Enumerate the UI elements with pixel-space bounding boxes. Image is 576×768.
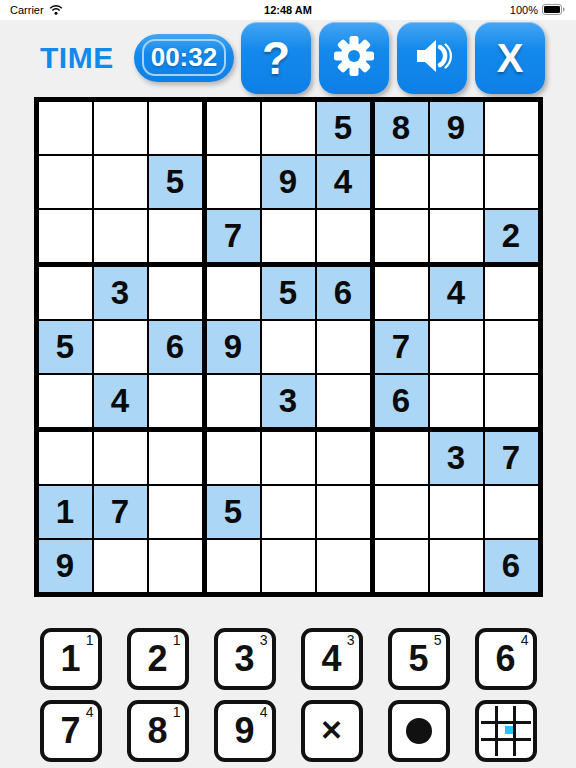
keypad-row-1: 112133435564	[0, 628, 576, 690]
cell-r4c5[interactable]: 5	[262, 267, 315, 319]
cell-r8c7[interactable]	[375, 486, 428, 538]
cell-r1c2[interactable]	[94, 102, 147, 154]
key-digit-label: 5	[408, 641, 428, 677]
cell-r9c3[interactable]	[149, 540, 202, 592]
cell-r2c1[interactable]	[39, 156, 92, 208]
status-bar: Carrier 12:48 AM 100%	[0, 0, 576, 20]
cell-r5c5[interactable]	[262, 321, 315, 373]
cell-r1c5[interactable]	[262, 102, 315, 154]
dot-icon	[406, 718, 432, 744]
cell-r2c7[interactable]	[375, 156, 428, 208]
cell-r6c2[interactable]: 4	[94, 375, 147, 427]
cell-r9c7[interactable]	[375, 540, 428, 592]
time-label: TIME	[40, 41, 114, 75]
cell-r3c2[interactable]	[94, 210, 147, 262]
cell-r9c9[interactable]: 6	[485, 540, 538, 592]
key-digit-label: 7	[60, 713, 80, 749]
cell-r6c3[interactable]	[149, 375, 202, 427]
cell-r3c5[interactable]	[262, 210, 315, 262]
key-placed-count: 1	[173, 704, 181, 720]
key-placed-count: 4	[521, 632, 529, 648]
key-digit-label: 6	[495, 641, 515, 677]
cell-r9c8[interactable]	[430, 540, 483, 592]
cell-r1c7[interactable]: 8	[375, 102, 428, 154]
cell-r9c5[interactable]	[262, 540, 315, 592]
cell-r6c1[interactable]	[39, 375, 92, 427]
question-mark-icon: ?	[262, 35, 290, 81]
timer-value: 00:32	[142, 39, 227, 76]
cell-r5c1[interactable]: 5	[39, 321, 92, 373]
cell-r2c4[interactable]	[207, 156, 260, 208]
key-placed-count: 3	[260, 632, 268, 648]
cell-r8c6[interactable]	[317, 486, 370, 538]
cell-r4c8[interactable]: 4	[430, 267, 483, 319]
cell-r9c1[interactable]: 9	[39, 540, 92, 592]
key-placed-count: 4	[86, 704, 94, 720]
cell-r6c5[interactable]: 3	[262, 375, 315, 427]
cell-r6c8[interactable]	[430, 375, 483, 427]
cell-r6c7[interactable]: 6	[375, 375, 428, 427]
close-icon: X	[497, 38, 524, 78]
box-6: 476	[375, 267, 538, 427]
battery-percent-label: 100%	[510, 4, 538, 16]
key-9[interactable]: 94	[214, 700, 276, 762]
timer-display: 00:32	[134, 34, 235, 82]
sound-button[interactable]	[397, 22, 467, 94]
key-4[interactable]: 43	[301, 628, 363, 690]
key-2[interactable]: 21	[127, 628, 189, 690]
cell-r3c4[interactable]: 7	[207, 210, 260, 262]
cell-r7c3[interactable]	[149, 432, 202, 484]
cell-r4c6[interactable]: 6	[317, 267, 370, 319]
status-clock: 12:48 AM	[0, 4, 576, 16]
cell-r5c2[interactable]	[94, 321, 147, 373]
battery-icon	[542, 4, 566, 17]
box-3: 892	[375, 102, 538, 262]
box-4: 3564	[39, 267, 202, 427]
cell-r5c8[interactable]	[430, 321, 483, 373]
speaker-icon	[410, 34, 454, 82]
cell-r2c9[interactable]	[485, 156, 538, 208]
cell-r4c3[interactable]	[149, 267, 202, 319]
cell-r8c5[interactable]	[262, 486, 315, 538]
cell-r1c9[interactable]	[485, 102, 538, 154]
cell-r6c4[interactable]	[207, 375, 260, 427]
cell-r5c3[interactable]: 6	[149, 321, 202, 373]
key-placed-count: 4	[260, 704, 268, 720]
mini-grid-icon	[481, 706, 531, 756]
key-placed-count: 3	[347, 632, 355, 648]
cell-r2c6[interactable]: 4	[317, 156, 370, 208]
box-9: 376	[375, 432, 538, 592]
cell-r4c4[interactable]	[207, 267, 260, 319]
pencil-mark-button[interactable]	[388, 700, 450, 762]
box-5: 5693	[207, 267, 370, 427]
key-3[interactable]: 33	[214, 628, 276, 690]
cell-r5c7[interactable]: 7	[375, 321, 428, 373]
box-1: 5	[39, 102, 202, 262]
toolbar: TIME 00:32 ?	[0, 20, 576, 95]
cell-r6c9[interactable]	[485, 375, 538, 427]
key-7[interactable]: 74	[40, 700, 102, 762]
cell-r7c9[interactable]: 7	[485, 432, 538, 484]
key-1[interactable]: 11	[40, 628, 102, 690]
keypad-row-2: 748194✕	[0, 700, 576, 762]
sudoku-board: 5 5947 892 3564 5693 476 179 5 376	[34, 97, 543, 597]
cell-r4c1[interactable]	[39, 267, 92, 319]
key-6[interactable]: 64	[475, 628, 537, 690]
cell-r2c3[interactable]: 5	[149, 156, 202, 208]
keypad: 112133435564 748194✕	[0, 628, 576, 762]
cell-r9c2[interactable]	[94, 540, 147, 592]
key-5[interactable]: 55	[388, 628, 450, 690]
cell-r1c4[interactable]	[207, 102, 260, 154]
cell-r5c6[interactable]	[317, 321, 370, 373]
cell-r8c4[interactable]: 5	[207, 486, 260, 538]
cell-r1c6[interactable]: 5	[317, 102, 370, 154]
cyan-marker	[505, 726, 513, 734]
cell-r7c1[interactable]	[39, 432, 92, 484]
settings-button[interactable]	[319, 22, 389, 94]
cell-r8c1[interactable]: 1	[39, 486, 92, 538]
box-8: 5	[207, 432, 370, 592]
key-placed-count: 1	[173, 632, 181, 648]
cell-r5c9[interactable]	[485, 321, 538, 373]
cell-r3c9[interactable]: 2	[485, 210, 538, 262]
cell-r7c4[interactable]	[207, 432, 260, 484]
cell-r7c6[interactable]	[317, 432, 370, 484]
cell-r8c3[interactable]	[149, 486, 202, 538]
key-placed-count: 5	[434, 632, 442, 648]
cell-r3c3[interactable]	[149, 210, 202, 262]
grid-mode-button[interactable]	[475, 700, 537, 762]
help-button[interactable]: ?	[241, 22, 311, 94]
cell-r9c4[interactable]	[207, 540, 260, 592]
erase-button[interactable]: ✕	[301, 700, 363, 762]
cell-r4c9[interactable]	[485, 267, 538, 319]
key-digit-label: 1	[60, 641, 80, 677]
cell-r7c2[interactable]	[94, 432, 147, 484]
key-digit-label: 8	[147, 713, 167, 749]
cell-r7c8[interactable]: 3	[430, 432, 483, 484]
cell-r7c5[interactable]	[262, 432, 315, 484]
cell-r3c6[interactable]	[317, 210, 370, 262]
box-2: 5947	[207, 102, 370, 262]
key-digit-label: 3	[234, 641, 254, 677]
cell-r2c8[interactable]	[430, 156, 483, 208]
cell-r7c7[interactable]	[375, 432, 428, 484]
cell-r8c9[interactable]	[485, 486, 538, 538]
cell-r3c7[interactable]	[375, 210, 428, 262]
box-7: 179	[39, 432, 202, 592]
cell-r9c6[interactable]	[317, 540, 370, 592]
cell-r3c1[interactable]	[39, 210, 92, 262]
gear-icon	[332, 34, 376, 82]
cell-r1c8[interactable]: 9	[430, 102, 483, 154]
key-digit-label: 2	[147, 641, 167, 677]
key-digit-label: 4	[321, 641, 341, 677]
key-digit-label: 9	[234, 713, 254, 749]
cell-r4c2[interactable]: 3	[94, 267, 147, 319]
cell-r2c2[interactable]	[94, 156, 147, 208]
erase-x-icon: ✕	[320, 717, 343, 745]
key-placed-count: 1	[86, 632, 94, 648]
cell-r5c4[interactable]: 9	[207, 321, 260, 373]
close-button[interactable]: X	[475, 22, 545, 94]
cell-r4c7[interactable]	[375, 267, 428, 319]
cell-r6c6[interactable]	[317, 375, 370, 427]
cell-r2c5[interactable]: 9	[262, 156, 315, 208]
cell-r1c3[interactable]	[149, 102, 202, 154]
cell-r8c2[interactable]: 7	[94, 486, 147, 538]
key-8[interactable]: 81	[127, 700, 189, 762]
cell-r8c8[interactable]	[430, 486, 483, 538]
cell-r3c8[interactable]	[430, 210, 483, 262]
cell-r1c1[interactable]	[39, 102, 92, 154]
